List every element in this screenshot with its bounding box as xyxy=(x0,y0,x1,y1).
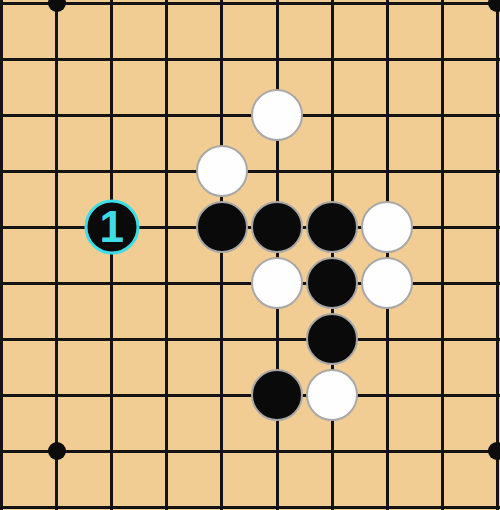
white-stone xyxy=(196,145,248,197)
grid-line-vertical xyxy=(220,0,223,510)
white-stone xyxy=(306,369,358,421)
star-point xyxy=(48,442,66,460)
grid-line-vertical xyxy=(496,0,499,510)
go-board[interactable]: 1 xyxy=(0,0,500,510)
grid-line-horizontal xyxy=(0,282,500,285)
white-stone xyxy=(251,257,303,309)
grid-line-vertical xyxy=(331,0,334,510)
black-stone xyxy=(251,369,303,421)
star-point xyxy=(48,0,66,12)
grid-line-vertical xyxy=(55,0,58,510)
grid-line-vertical xyxy=(386,0,389,510)
marked-black-stone-move-1: 1 xyxy=(84,200,139,255)
grid-line-horizontal xyxy=(0,226,500,229)
black-stone xyxy=(306,201,358,253)
grid-line-horizontal xyxy=(0,170,500,173)
black-stone xyxy=(306,313,358,365)
grid-line-horizontal xyxy=(0,394,500,397)
black-stone xyxy=(306,257,358,309)
move-number-label: 1 xyxy=(99,204,123,250)
grid-line-horizontal xyxy=(0,338,500,341)
grid-line-horizontal xyxy=(0,58,500,61)
star-point xyxy=(488,0,500,12)
grid-line-horizontal xyxy=(0,2,500,5)
black-stone xyxy=(196,201,248,253)
grid-line-vertical xyxy=(276,0,279,510)
white-stone xyxy=(361,257,413,309)
white-stone xyxy=(361,201,413,253)
star-point xyxy=(488,442,500,460)
grid-line-horizontal xyxy=(0,114,500,117)
grid-line-vertical xyxy=(110,0,113,510)
black-stone xyxy=(251,201,303,253)
grid-line-horizontal xyxy=(0,506,500,509)
grid-line-horizontal xyxy=(0,450,500,453)
grid-line-vertical xyxy=(441,0,444,510)
white-stone xyxy=(251,89,303,141)
grid-line-vertical xyxy=(0,0,3,510)
grid-line-vertical xyxy=(165,0,168,510)
